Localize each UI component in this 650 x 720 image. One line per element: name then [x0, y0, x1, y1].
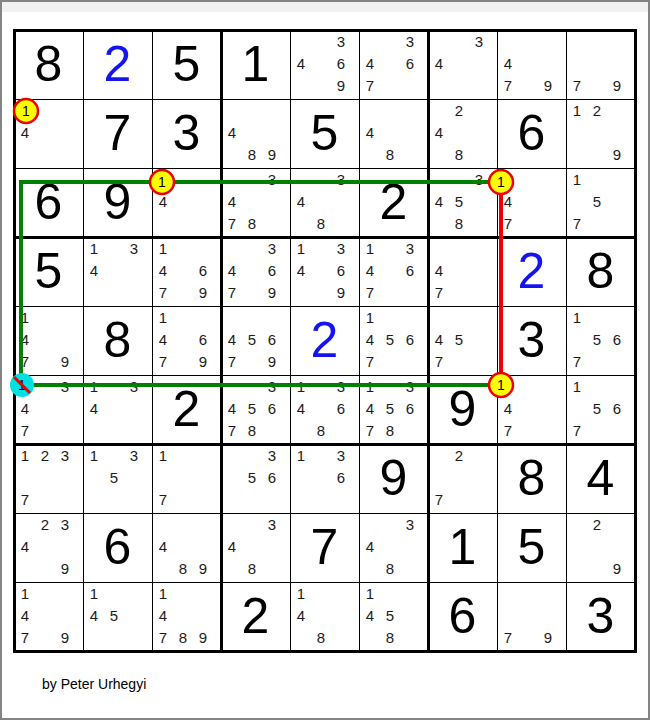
box-line-h [13, 650, 637, 653]
box-line-v [634, 29, 637, 653]
cell-line-v [83, 29, 84, 653]
cell-line-h [13, 99, 637, 100]
box-line-h [13, 236, 637, 239]
cell-line-h [13, 306, 637, 307]
cell-line-h [13, 375, 637, 376]
cell-line-h [13, 582, 637, 583]
box-line-v [13, 29, 16, 653]
box-line-v [427, 29, 430, 653]
cell-line-v [152, 29, 153, 653]
box-line-h [13, 443, 637, 446]
page: 8251346934673447979147348954824861296914… [0, 0, 650, 720]
cell-line-v [290, 29, 291, 653]
sudoku-board[interactable]: 8251346934673447979147348954824861296914… [14, 30, 635, 651]
author-credit: by Peter Urhegyi [42, 676, 146, 692]
cell-line-v [359, 29, 360, 653]
grid-lines [14, 30, 635, 651]
box-line-v [220, 29, 223, 653]
cell-line-h [13, 168, 637, 169]
cell-line-v [566, 29, 567, 653]
box-line-h [13, 29, 637, 32]
cell-line-v [497, 29, 498, 653]
top-strip [2, 2, 648, 12]
cell-line-h [13, 513, 637, 514]
